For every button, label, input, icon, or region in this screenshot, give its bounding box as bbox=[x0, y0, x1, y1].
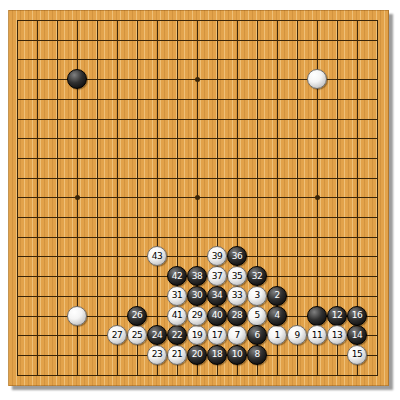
stone-number: 35 bbox=[232, 271, 242, 280]
grid-line-horizontal bbox=[17, 375, 378, 376]
stone-black-move-34: 34 bbox=[207, 286, 227, 306]
stone-number: 33 bbox=[232, 291, 242, 300]
stone-number: 20 bbox=[192, 350, 202, 359]
stone-number: 25 bbox=[132, 330, 142, 339]
stone-black-move-30: 30 bbox=[187, 286, 207, 306]
stone-number: 39 bbox=[212, 251, 222, 260]
stone-number: 12 bbox=[332, 311, 342, 320]
stone-white-move-41: 41 bbox=[167, 306, 187, 326]
grid-line-vertical bbox=[377, 20, 378, 376]
stone-number: 5 bbox=[254, 311, 259, 320]
stone-white-move-21: 21 bbox=[167, 345, 187, 365]
stone-white-setup bbox=[307, 69, 327, 89]
stone-white-move-7: 7 bbox=[227, 325, 247, 345]
stone-number: 22 bbox=[172, 330, 182, 339]
stone-number: 8 bbox=[254, 350, 259, 359]
grid-line-horizontal bbox=[17, 237, 378, 238]
stone-black-setup bbox=[67, 69, 87, 89]
stone-number: 34 bbox=[212, 291, 222, 300]
stone-white-move-27: 27 bbox=[107, 325, 127, 345]
stone-black-move-12: 12 bbox=[327, 306, 347, 326]
stone-black-move-8: 8 bbox=[247, 345, 267, 365]
stone-number: 7 bbox=[234, 330, 239, 339]
stone-white-move-17: 17 bbox=[207, 325, 227, 345]
stone-number: 40 bbox=[212, 311, 222, 320]
page-background: 1234567891011121314151617181920212223242… bbox=[0, 0, 400, 400]
stone-black-move-40: 40 bbox=[207, 306, 227, 326]
stone-number: 41 bbox=[172, 311, 182, 320]
stone-white-setup bbox=[67, 306, 87, 326]
stone-number: 36 bbox=[232, 251, 242, 260]
stone-white-move-13: 13 bbox=[327, 325, 347, 345]
stone-black-move-6: 6 bbox=[247, 325, 267, 345]
stone-white-move-37: 37 bbox=[207, 266, 227, 286]
stone-number: 27 bbox=[112, 330, 122, 339]
stone-number: 37 bbox=[212, 271, 222, 280]
stone-number: 16 bbox=[352, 311, 362, 320]
stone-number: 38 bbox=[192, 271, 202, 280]
hoshi-point bbox=[75, 195, 80, 200]
stone-white-move-1: 1 bbox=[267, 325, 287, 345]
stone-white-move-33: 33 bbox=[227, 286, 247, 306]
stone-number: 43 bbox=[152, 251, 162, 260]
stone-number: 26 bbox=[132, 311, 142, 320]
stone-black-move-32: 32 bbox=[247, 266, 267, 286]
stone-white-move-9: 9 bbox=[287, 325, 307, 345]
hoshi-point bbox=[195, 77, 200, 82]
stone-black-move-42: 42 bbox=[167, 266, 187, 286]
stone-number: 24 bbox=[152, 330, 162, 339]
stone-black-move-18: 18 bbox=[207, 345, 227, 365]
stone-white-move-23: 23 bbox=[147, 345, 167, 365]
stone-number: 15 bbox=[352, 350, 362, 359]
stone-white-move-29: 29 bbox=[187, 306, 207, 326]
stone-white-move-19: 19 bbox=[187, 325, 207, 345]
stone-number: 9 bbox=[294, 330, 299, 339]
stone-white-move-3: 3 bbox=[247, 286, 267, 306]
stone-black-move-4: 4 bbox=[267, 306, 287, 326]
stone-number: 14 bbox=[352, 330, 362, 339]
stone-number: 1 bbox=[274, 330, 279, 339]
stone-number: 11 bbox=[312, 330, 322, 339]
stone-number: 3 bbox=[254, 291, 259, 300]
stone-black-move-10: 10 bbox=[227, 345, 247, 365]
stone-white-move-25: 25 bbox=[127, 325, 147, 345]
stone-number: 4 bbox=[274, 311, 279, 320]
stone-black-setup bbox=[307, 306, 327, 326]
stone-white-move-35: 35 bbox=[227, 266, 247, 286]
stone-black-move-14: 14 bbox=[347, 325, 367, 345]
grid-line-vertical bbox=[297, 20, 298, 376]
hoshi-point bbox=[195, 195, 200, 200]
stone-number: 30 bbox=[192, 291, 202, 300]
stone-white-move-5: 5 bbox=[247, 306, 267, 326]
stone-number: 13 bbox=[332, 330, 342, 339]
stone-black-move-16: 16 bbox=[347, 306, 367, 326]
stone-white-move-31: 31 bbox=[167, 286, 187, 306]
stone-black-move-36: 36 bbox=[227, 246, 247, 266]
stone-number: 29 bbox=[192, 311, 202, 320]
stone-number: 6 bbox=[254, 330, 259, 339]
stone-black-move-28: 28 bbox=[227, 306, 247, 326]
stone-number: 2 bbox=[274, 291, 279, 300]
stone-number: 19 bbox=[192, 330, 202, 339]
stone-black-move-2: 2 bbox=[267, 286, 287, 306]
stone-number: 31 bbox=[172, 291, 182, 300]
stone-white-move-39: 39 bbox=[207, 246, 227, 266]
stone-black-move-26: 26 bbox=[127, 306, 147, 326]
go-board[interactable]: 1234567891011121314151617181920212223242… bbox=[8, 10, 389, 386]
stone-number: 28 bbox=[232, 311, 242, 320]
stone-number: 32 bbox=[252, 271, 262, 280]
grid-line-horizontal bbox=[17, 256, 378, 257]
stone-number: 10 bbox=[232, 350, 242, 359]
stone-white-move-43: 43 bbox=[147, 246, 167, 266]
stone-black-move-38: 38 bbox=[187, 266, 207, 286]
stone-number: 21 bbox=[172, 350, 182, 359]
stone-black-move-20: 20 bbox=[187, 345, 207, 365]
stone-white-move-11: 11 bbox=[307, 325, 327, 345]
stone-black-move-24: 24 bbox=[147, 325, 167, 345]
grid-line-horizontal bbox=[17, 217, 378, 218]
stone-white-move-15: 15 bbox=[347, 345, 367, 365]
stone-number: 42 bbox=[172, 271, 182, 280]
stone-number: 17 bbox=[212, 330, 222, 339]
stone-number: 23 bbox=[152, 350, 162, 359]
stone-black-move-22: 22 bbox=[167, 325, 187, 345]
hoshi-point bbox=[315, 195, 320, 200]
stone-number: 18 bbox=[212, 350, 222, 359]
